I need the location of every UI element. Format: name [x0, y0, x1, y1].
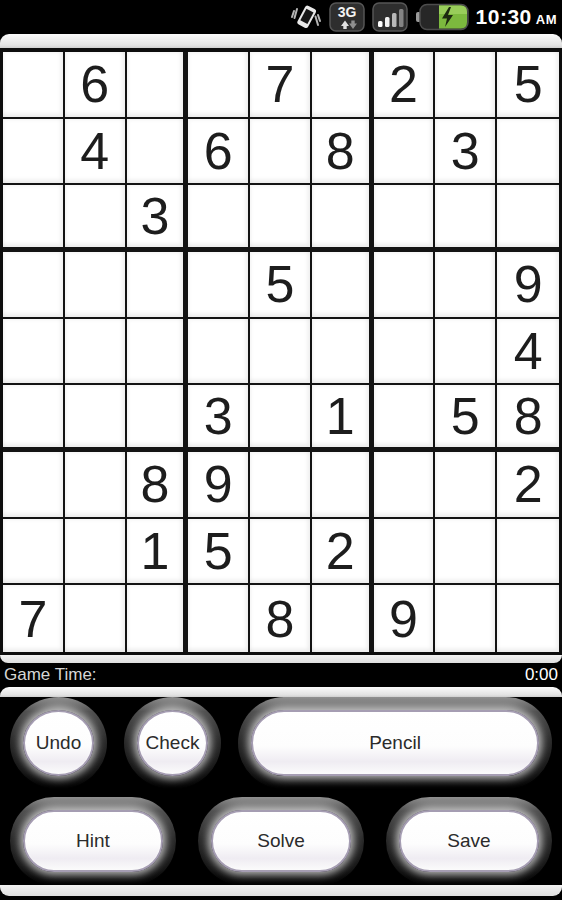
cell-r1c8[interactable] [435, 52, 497, 119]
cell-r4c3[interactable] [127, 252, 189, 319]
cell-r6c6[interactable]: 1 [312, 385, 374, 452]
sudoku-board: 6725468335943158892152789 [0, 48, 562, 655]
status-clock: 10:30AM [476, 5, 557, 29]
cell-r2c9[interactable] [497, 119, 559, 186]
cell-r2c8[interactable]: 3 [435, 119, 497, 186]
cell-r7c3[interactable]: 8 [127, 452, 189, 519]
buttons-row-bottom: Hint Solve Save [0, 797, 562, 885]
cell-r9c6[interactable] [312, 585, 374, 652]
check-button-label: Check [137, 710, 208, 776]
cell-r6c2[interactable] [65, 385, 127, 452]
3g-data-icon: 3G [329, 2, 365, 32]
cell-r4c1[interactable] [3, 252, 65, 319]
game-time-value: 0:00 [525, 665, 558, 685]
status-bar: 3G 10:30AM [0, 0, 562, 34]
game-time-label: Game Time: [4, 665, 97, 685]
cell-r4c5[interactable]: 5 [250, 252, 312, 319]
cell-r3c8[interactable] [435, 185, 497, 252]
cell-r8c3[interactable]: 1 [127, 519, 189, 586]
cell-r7c2[interactable] [65, 452, 127, 519]
cell-r5c1[interactable] [3, 319, 65, 386]
cell-r2c2[interactable]: 4 [65, 119, 127, 186]
cell-r5c8[interactable] [435, 319, 497, 386]
check-button[interactable]: Check [124, 697, 221, 789]
buttons-panel: Undo Check Pencil Hint Solve Save [0, 697, 562, 885]
cell-r3c9[interactable] [497, 185, 559, 252]
solve-button[interactable]: Solve [198, 797, 364, 885]
screen-bottom-margin [0, 896, 562, 900]
cell-r8c5[interactable] [250, 519, 312, 586]
cell-r1c5[interactable]: 7 [250, 52, 312, 119]
hint-button[interactable]: Hint [10, 797, 176, 885]
cell-r7c9[interactable]: 2 [497, 452, 559, 519]
cell-r8c7[interactable] [374, 519, 436, 586]
cell-r5c9[interactable]: 4 [497, 319, 559, 386]
pencil-button[interactable]: Pencil [238, 697, 552, 789]
buttons-panel-bottom-edge [0, 885, 562, 896]
cell-r8c6[interactable]: 2 [312, 519, 374, 586]
cell-r5c2[interactable] [65, 319, 127, 386]
svg-text:3G: 3G [337, 4, 356, 20]
cell-r6c7[interactable] [374, 385, 436, 452]
cell-r8c9[interactable] [497, 519, 559, 586]
cell-r2c6[interactable]: 8 [312, 119, 374, 186]
cell-r3c6[interactable] [312, 185, 374, 252]
board-panel-bottom-edge [0, 655, 562, 663]
cell-r9c7[interactable]: 9 [374, 585, 436, 652]
cell-r7c1[interactable] [3, 452, 65, 519]
cell-r5c7[interactable] [374, 319, 436, 386]
cell-r1c6[interactable] [312, 52, 374, 119]
cell-r4c7[interactable] [374, 252, 436, 319]
status-clock-period: AM [536, 12, 557, 27]
pencil-button-label: Pencil [251, 710, 539, 776]
save-button[interactable]: Save [386, 797, 552, 885]
cell-r3c3[interactable]: 3 [127, 185, 189, 252]
cell-r3c4[interactable] [188, 185, 250, 252]
cell-r7c5[interactable] [250, 452, 312, 519]
solve-button-label: Solve [211, 810, 351, 872]
cell-r3c1[interactable] [3, 185, 65, 252]
cell-r3c7[interactable] [374, 185, 436, 252]
buttons-panel-top-edge [0, 687, 562, 697]
cell-r5c5[interactable] [250, 319, 312, 386]
battery-charging-icon [415, 2, 469, 32]
signal-strength-icon [372, 2, 408, 32]
cell-r9c8[interactable] [435, 585, 497, 652]
cell-r9c5[interactable]: 8 [250, 585, 312, 652]
cell-r9c1[interactable]: 7 [3, 585, 65, 652]
save-button-label: Save [399, 810, 539, 872]
cell-r8c8[interactable] [435, 519, 497, 586]
cell-r1c1[interactable] [3, 52, 65, 119]
cell-r4c4[interactable] [188, 252, 250, 319]
buttons-row-top: Undo Check Pencil [0, 697, 562, 789]
cell-r8c2[interactable] [65, 519, 127, 586]
cell-r6c1[interactable] [3, 385, 65, 452]
cell-r5c3[interactable] [127, 319, 189, 386]
cell-r1c9[interactable]: 5 [497, 52, 559, 119]
cell-r6c8[interactable]: 5 [435, 385, 497, 452]
cell-r8c1[interactable] [3, 519, 65, 586]
cell-r2c4[interactable]: 6 [188, 119, 250, 186]
cell-r6c9[interactable]: 8 [497, 385, 559, 452]
cell-r1c7[interactable]: 2 [374, 52, 436, 119]
cell-r9c3[interactable] [127, 585, 189, 652]
cell-r7c6[interactable] [312, 452, 374, 519]
cell-r6c3[interactable] [127, 385, 189, 452]
undo-button[interactable]: Undo [10, 697, 107, 789]
cell-r1c4[interactable] [188, 52, 250, 119]
cell-r3c5[interactable] [250, 185, 312, 252]
cell-r6c5[interactable] [250, 385, 312, 452]
hint-button-label: Hint [23, 810, 163, 872]
vibrate-icon [290, 2, 322, 32]
cell-r5c4[interactable] [188, 319, 250, 386]
cell-r7c4[interactable]: 9 [188, 452, 250, 519]
cell-r4c9[interactable]: 9 [497, 252, 559, 319]
cell-r4c6[interactable] [312, 252, 374, 319]
cell-r8c4[interactable]: 5 [188, 519, 250, 586]
cell-r1c2[interactable]: 6 [65, 52, 127, 119]
cell-r4c2[interactable] [65, 252, 127, 319]
cell-r9c9[interactable] [497, 585, 559, 652]
status-clock-time: 10:30 [476, 5, 532, 29]
cell-r1c3[interactable] [127, 52, 189, 119]
cell-r4c8[interactable] [435, 252, 497, 319]
cell-r2c3[interactable] [127, 119, 189, 186]
cell-r6c4[interactable]: 3 [188, 385, 250, 452]
cell-r2c1[interactable] [3, 119, 65, 186]
cell-r2c5[interactable] [250, 119, 312, 186]
cell-r7c7[interactable] [374, 452, 436, 519]
game-time-bar: Game Time: 0:00 [0, 663, 562, 687]
cell-r7c8[interactable] [435, 452, 497, 519]
cell-r5c6[interactable] [312, 319, 374, 386]
board-panel-top-edge [0, 34, 562, 48]
cell-r2c7[interactable] [374, 119, 436, 186]
cell-r3c2[interactable] [65, 185, 127, 252]
cell-r9c2[interactable] [65, 585, 127, 652]
undo-button-label: Undo [23, 710, 94, 776]
cell-r9c4[interactable] [188, 585, 250, 652]
